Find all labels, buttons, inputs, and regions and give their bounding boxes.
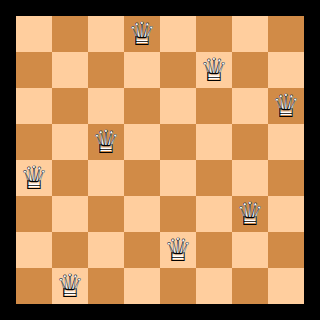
square-g2[interactable]: [232, 232, 268, 268]
white-queen[interactable]: ♛♕: [160, 232, 196, 268]
white-queen[interactable]: ♛♕: [196, 52, 232, 88]
white-queen-outline-glyph: ♕: [232, 196, 268, 232]
white-queen[interactable]: ♛♕: [16, 160, 52, 196]
square-h3[interactable]: [268, 196, 304, 232]
square-g7[interactable]: [232, 52, 268, 88]
square-g5[interactable]: [232, 124, 268, 160]
white-queen[interactable]: ♛♕: [88, 124, 124, 160]
square-f3[interactable]: [196, 196, 232, 232]
square-a6[interactable]: [16, 88, 52, 124]
square-a4[interactable]: ♛♕: [16, 160, 52, 196]
square-a7[interactable]: [16, 52, 52, 88]
square-d6[interactable]: [124, 88, 160, 124]
white-queen[interactable]: ♛♕: [124, 16, 160, 52]
square-g4[interactable]: [232, 160, 268, 196]
square-d2[interactable]: [124, 232, 160, 268]
white-queen[interactable]: ♛♕: [232, 196, 268, 232]
square-g3[interactable]: ♛♕: [232, 196, 268, 232]
square-g8[interactable]: [232, 16, 268, 52]
square-f5[interactable]: [196, 124, 232, 160]
square-c2[interactable]: [88, 232, 124, 268]
board: ♛♕♛♕♛♕♛♕♛♕♛♕♛♕♛♕: [16, 16, 304, 304]
white-queen-outline-glyph: ♕: [196, 52, 232, 88]
square-a5[interactable]: [16, 124, 52, 160]
square-f8[interactable]: [196, 16, 232, 52]
square-h2[interactable]: [268, 232, 304, 268]
square-a2[interactable]: [16, 232, 52, 268]
white-queen-outline-glyph: ♕: [16, 160, 52, 196]
square-f6[interactable]: [196, 88, 232, 124]
square-e3[interactable]: [160, 196, 196, 232]
square-d4[interactable]: [124, 160, 160, 196]
square-h1[interactable]: [268, 268, 304, 304]
square-a8[interactable]: [16, 16, 52, 52]
square-c4[interactable]: [88, 160, 124, 196]
square-d5[interactable]: [124, 124, 160, 160]
white-queen[interactable]: ♛♕: [268, 88, 304, 124]
square-e2[interactable]: ♛♕: [160, 232, 196, 268]
square-b1[interactable]: ♛♕: [52, 268, 88, 304]
square-h4[interactable]: [268, 160, 304, 196]
square-g1[interactable]: [232, 268, 268, 304]
square-e7[interactable]: [160, 52, 196, 88]
square-e1[interactable]: [160, 268, 196, 304]
square-b8[interactable]: [52, 16, 88, 52]
square-b4[interactable]: [52, 160, 88, 196]
square-d3[interactable]: [124, 196, 160, 232]
square-f4[interactable]: [196, 160, 232, 196]
white-queen[interactable]: ♛♕: [52, 268, 88, 304]
square-f1[interactable]: [196, 268, 232, 304]
square-e5[interactable]: [160, 124, 196, 160]
square-e4[interactable]: [160, 160, 196, 196]
white-queen-outline-glyph: ♕: [88, 124, 124, 160]
square-e6[interactable]: [160, 88, 196, 124]
square-a1[interactable]: [16, 268, 52, 304]
square-a3[interactable]: [16, 196, 52, 232]
square-d7[interactable]: [124, 52, 160, 88]
square-f2[interactable]: [196, 232, 232, 268]
board-frame: ♛♕♛♕♛♕♛♕♛♕♛♕♛♕♛♕: [0, 0, 320, 320]
white-queen-outline-glyph: ♕: [160, 232, 196, 268]
white-queen-outline-glyph: ♕: [268, 88, 304, 124]
white-queen-outline-glyph: ♕: [52, 268, 88, 304]
square-d8[interactable]: ♛♕: [124, 16, 160, 52]
square-g6[interactable]: [232, 88, 268, 124]
square-h8[interactable]: [268, 16, 304, 52]
square-c5[interactable]: ♛♕: [88, 124, 124, 160]
square-e8[interactable]: [160, 16, 196, 52]
square-h6[interactable]: ♛♕: [268, 88, 304, 124]
square-c6[interactable]: [88, 88, 124, 124]
square-c8[interactable]: [88, 16, 124, 52]
square-h5[interactable]: [268, 124, 304, 160]
square-c1[interactable]: [88, 268, 124, 304]
square-b2[interactable]: [52, 232, 88, 268]
square-c7[interactable]: [88, 52, 124, 88]
square-b6[interactable]: [52, 88, 88, 124]
square-c3[interactable]: [88, 196, 124, 232]
square-b3[interactable]: [52, 196, 88, 232]
square-b5[interactable]: [52, 124, 88, 160]
square-f7[interactable]: ♛♕: [196, 52, 232, 88]
white-queen-outline-glyph: ♕: [124, 16, 160, 52]
square-h7[interactable]: [268, 52, 304, 88]
square-b7[interactable]: [52, 52, 88, 88]
square-d1[interactable]: [124, 268, 160, 304]
